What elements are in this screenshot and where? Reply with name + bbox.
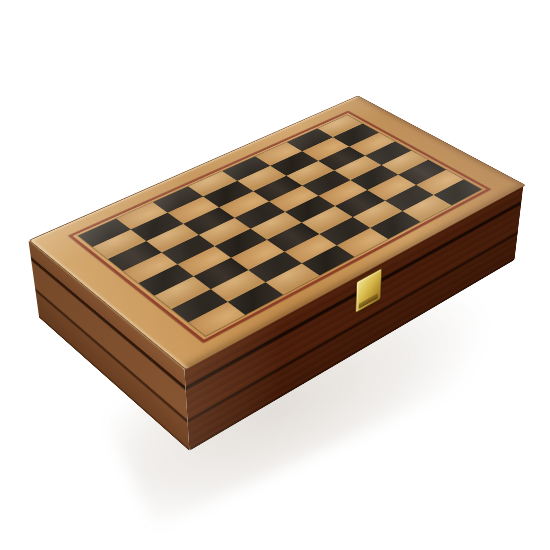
product-photo-scene bbox=[0, 0, 550, 550]
